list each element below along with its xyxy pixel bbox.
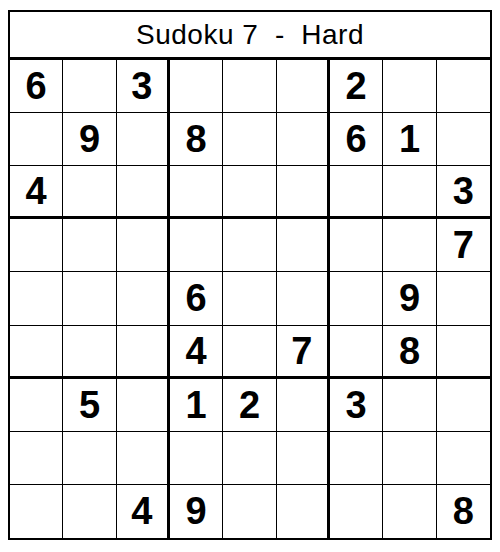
cell-r1c2[interactable] xyxy=(63,60,116,113)
sudoku-puzzle-sheet: Sudoku 7 - Hard 6329861437694785123498 xyxy=(0,0,500,552)
cell-r8c3[interactable] xyxy=(117,432,170,485)
cell-r5c6[interactable] xyxy=(277,272,330,325)
cell-r8c1[interactable] xyxy=(10,432,63,485)
cell-r2c7[interactable]: 6 xyxy=(330,113,383,166)
cell-r5c2[interactable] xyxy=(63,272,116,325)
cell-r9c1[interactable] xyxy=(10,485,63,538)
cell-r6c8[interactable]: 8 xyxy=(383,326,436,379)
cell-r3c7[interactable] xyxy=(330,166,383,219)
cell-r6c4[interactable]: 4 xyxy=(170,326,223,379)
cell-r6c7[interactable] xyxy=(330,326,383,379)
cell-r6c5[interactable] xyxy=(223,326,276,379)
cell-r9c6[interactable] xyxy=(277,485,330,538)
cell-r3c5[interactable] xyxy=(223,166,276,219)
cell-r3c6[interactable] xyxy=(277,166,330,219)
cell-r8c2[interactable] xyxy=(63,432,116,485)
cell-r1c7[interactable]: 2 xyxy=(330,60,383,113)
cell-r9c7[interactable] xyxy=(330,485,383,538)
cell-r5c9[interactable] xyxy=(437,272,490,325)
cell-r7c7[interactable]: 3 xyxy=(330,379,383,432)
cell-r5c5[interactable] xyxy=(223,272,276,325)
cell-r6c9[interactable] xyxy=(437,326,490,379)
cell-r8c7[interactable] xyxy=(330,432,383,485)
cell-r3c9[interactable]: 3 xyxy=(437,166,490,219)
cell-r2c4[interactable]: 8 xyxy=(170,113,223,166)
cell-r2c8[interactable]: 1 xyxy=(383,113,436,166)
cell-r5c4[interactable]: 6 xyxy=(170,272,223,325)
cell-r4c1[interactable] xyxy=(10,219,63,272)
cell-r4c9[interactable]: 7 xyxy=(437,219,490,272)
cell-r7c8[interactable] xyxy=(383,379,436,432)
cell-r9c2[interactable] xyxy=(63,485,116,538)
cell-r4c7[interactable] xyxy=(330,219,383,272)
cell-r7c2[interactable]: 5 xyxy=(63,379,116,432)
cell-r7c6[interactable] xyxy=(277,379,330,432)
cell-r9c8[interactable] xyxy=(383,485,436,538)
cell-r6c2[interactable] xyxy=(63,326,116,379)
cell-r5c1[interactable] xyxy=(10,272,63,325)
cell-r2c5[interactable] xyxy=(223,113,276,166)
cell-r2c1[interactable] xyxy=(10,113,63,166)
cell-r4c5[interactable] xyxy=(223,219,276,272)
cell-r4c4[interactable] xyxy=(170,219,223,272)
sudoku-grid: 6329861437694785123498 xyxy=(10,60,490,538)
cell-r3c4[interactable] xyxy=(170,166,223,219)
cell-r8c5[interactable] xyxy=(223,432,276,485)
cell-r6c3[interactable] xyxy=(117,326,170,379)
cell-r8c4[interactable] xyxy=(170,432,223,485)
cell-r2c6[interactable] xyxy=(277,113,330,166)
puzzle-title: Sudoku 7 - Hard xyxy=(10,12,490,60)
cell-r7c5[interactable]: 2 xyxy=(223,379,276,432)
cell-r3c2[interactable] xyxy=(63,166,116,219)
cell-r9c3[interactable]: 4 xyxy=(117,485,170,538)
cell-r4c2[interactable] xyxy=(63,219,116,272)
cell-r6c1[interactable] xyxy=(10,326,63,379)
cell-r9c4[interactable]: 9 xyxy=(170,485,223,538)
cell-r7c3[interactable] xyxy=(117,379,170,432)
cell-r4c3[interactable] xyxy=(117,219,170,272)
cell-r4c6[interactable] xyxy=(277,219,330,272)
cell-r1c1[interactable]: 6 xyxy=(10,60,63,113)
cell-r5c8[interactable]: 9 xyxy=(383,272,436,325)
cell-r3c8[interactable] xyxy=(383,166,436,219)
sudoku-board: Sudoku 7 - Hard 6329861437694785123498 xyxy=(8,10,492,540)
cell-r1c3[interactable]: 3 xyxy=(117,60,170,113)
cell-r1c4[interactable] xyxy=(170,60,223,113)
cell-r3c3[interactable] xyxy=(117,166,170,219)
cell-r7c4[interactable]: 1 xyxy=(170,379,223,432)
cell-r8c9[interactable] xyxy=(437,432,490,485)
cell-r6c6[interactable]: 7 xyxy=(277,326,330,379)
cell-r5c3[interactable] xyxy=(117,272,170,325)
cell-r9c9[interactable]: 8 xyxy=(437,485,490,538)
cell-r8c8[interactable] xyxy=(383,432,436,485)
cell-r1c5[interactable] xyxy=(223,60,276,113)
cell-r7c1[interactable] xyxy=(10,379,63,432)
cell-r4c8[interactable] xyxy=(383,219,436,272)
cell-r1c6[interactable] xyxy=(277,60,330,113)
cell-r2c9[interactable] xyxy=(437,113,490,166)
cell-r2c2[interactable]: 9 xyxy=(63,113,116,166)
cell-r5c7[interactable] xyxy=(330,272,383,325)
cell-r3c1[interactable]: 4 xyxy=(10,166,63,219)
cell-r1c9[interactable] xyxy=(437,60,490,113)
cell-r7c9[interactable] xyxy=(437,379,490,432)
cell-r8c6[interactable] xyxy=(277,432,330,485)
cell-r2c3[interactable] xyxy=(117,113,170,166)
cell-r1c8[interactable] xyxy=(383,60,436,113)
cell-r9c5[interactable] xyxy=(223,485,276,538)
